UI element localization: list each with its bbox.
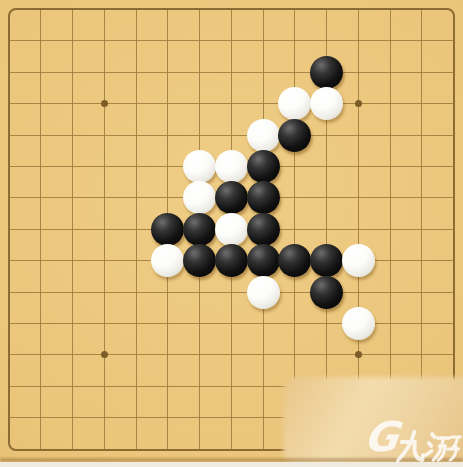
- stone-black[interactable]: [247, 213, 280, 246]
- stone-white[interactable]: [247, 276, 280, 309]
- stone-black[interactable]: [247, 150, 280, 183]
- stone-black[interactable]: [183, 213, 216, 246]
- jiuyou-logo-g: G: [362, 416, 400, 458]
- stone-black[interactable]: [183, 244, 216, 277]
- grid-line-horizontal: [9, 292, 454, 293]
- stone-black[interactable]: [215, 244, 248, 277]
- stone-black[interactable]: [310, 56, 343, 89]
- stone-black[interactable]: [310, 276, 343, 309]
- stone-white[interactable]: [215, 213, 248, 246]
- star-point: [101, 100, 108, 107]
- stone-black[interactable]: [247, 244, 280, 277]
- stone-black[interactable]: [278, 119, 311, 152]
- jiuyou-watermark: G: [360, 416, 463, 466]
- star-point: [355, 100, 362, 107]
- stone-white[interactable]: [342, 244, 375, 277]
- stone-white[interactable]: [342, 307, 375, 340]
- stone-white[interactable]: [310, 87, 343, 120]
- stone-black[interactable]: [247, 181, 280, 214]
- stone-white[interactable]: [183, 150, 216, 183]
- stone-white[interactable]: [247, 119, 280, 152]
- stone-white[interactable]: [215, 150, 248, 183]
- gomoku-board-image: G: [0, 0, 463, 467]
- stone-black[interactable]: [215, 181, 248, 214]
- jiuyou-watermark-text-icon: [395, 428, 462, 466]
- stone-black[interactable]: [151, 213, 184, 246]
- stone-black[interactable]: [310, 244, 343, 277]
- grid-line-horizontal: [9, 323, 454, 324]
- grid-line-horizontal: [9, 354, 454, 355]
